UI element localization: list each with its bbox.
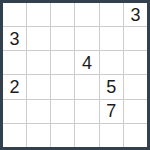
- cell-r6c6[interactable]: [124, 124, 147, 147]
- cell-r1c5[interactable]: [100, 3, 123, 26]
- cell-r5c5-clue: 7: [100, 100, 123, 123]
- cell-r3c2[interactable]: [27, 51, 50, 74]
- cell-r4c2[interactable]: [27, 75, 50, 98]
- cell-r3c3[interactable]: [51, 51, 74, 74]
- cell-r4c1-clue: 2: [3, 75, 26, 98]
- puzzle-board: 334257: [0, 0, 150, 150]
- cell-r4c3[interactable]: [51, 75, 74, 98]
- cell-r1c3[interactable]: [51, 3, 74, 26]
- cell-r2c6[interactable]: [124, 27, 147, 50]
- cell-r6c1[interactable]: [3, 124, 26, 147]
- cell-r2c2[interactable]: [27, 27, 50, 50]
- cell-r6c3[interactable]: [51, 124, 74, 147]
- cell-r6c4[interactable]: [75, 124, 98, 147]
- cell-r5c4[interactable]: [75, 100, 98, 123]
- cell-r1c6-clue: 3: [124, 3, 147, 26]
- cell-r3c6[interactable]: [124, 51, 147, 74]
- puzzle-board-area: 334257: [0, 0, 150, 150]
- cell-r2c4[interactable]: [75, 27, 98, 50]
- cell-r5c3[interactable]: [51, 100, 74, 123]
- cell-r5c6[interactable]: [124, 100, 147, 123]
- cell-r3c5[interactable]: [100, 51, 123, 74]
- cell-r2c5[interactable]: [100, 27, 123, 50]
- cell-r4c6[interactable]: [124, 75, 147, 98]
- cell-r5c2[interactable]: [27, 100, 50, 123]
- cell-r1c1[interactable]: [3, 3, 26, 26]
- cell-r6c5[interactable]: [100, 124, 123, 147]
- cell-r1c2[interactable]: [27, 3, 50, 26]
- cell-r4c5-clue: 5: [100, 75, 123, 98]
- cell-r4c4[interactable]: [75, 75, 98, 98]
- cell-r6c2[interactable]: [27, 124, 50, 147]
- cell-r3c1[interactable]: [3, 51, 26, 74]
- cell-r3c4-clue: 4: [75, 51, 98, 74]
- cell-r1c4[interactable]: [75, 3, 98, 26]
- cell-r2c3[interactable]: [51, 27, 74, 50]
- cell-r5c1[interactable]: [3, 100, 26, 123]
- cell-r2c1-clue: 3: [3, 27, 26, 50]
